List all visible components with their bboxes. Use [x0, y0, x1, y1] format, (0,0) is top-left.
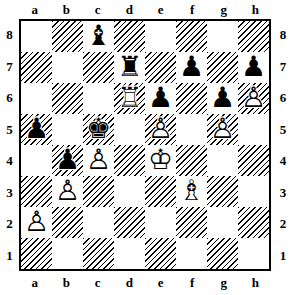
piece-white-king[interactable]: ♚♔ [145, 145, 176, 176]
piece-outline-layer: ♙ [83, 145, 114, 176]
square-a1[interactable] [21, 238, 52, 269]
square-a4[interactable] [21, 145, 52, 176]
file-label-bottom-d: d [114, 271, 146, 295]
piece-outline-layer: ♟ [145, 83, 176, 114]
rank-label-left-5: 5 [0, 114, 19, 146]
square-e4[interactable]: ♚♔ [145, 145, 176, 176]
rank-labels-right: 87654321 [271, 19, 295, 271]
file-label-bottom-h: h [240, 271, 272, 295]
rank-label-right-2: 2 [271, 208, 295, 240]
square-g4[interactable] [207, 145, 238, 176]
square-c8[interactable]: ♝♝ [83, 21, 114, 52]
piece-outline-layer: ♙ [238, 83, 269, 114]
piece-white-rook[interactable]: ♜♖ [114, 83, 145, 114]
square-g5[interactable]: ♟♙ [207, 114, 238, 145]
square-c7[interactable] [83, 52, 114, 83]
piece-black-pawn[interactable]: ♟♟ [207, 83, 238, 114]
square-e1[interactable] [145, 238, 176, 269]
rank-label-right-1: 1 [271, 240, 295, 272]
square-d7[interactable]: ♜♜ [114, 52, 145, 83]
square-e3[interactable] [145, 176, 176, 207]
piece-white-pawn[interactable]: ♟♙ [21, 207, 52, 238]
rank-label-left-3: 3 [0, 177, 19, 209]
piece-white-pawn[interactable]: ♟♙ [52, 176, 83, 207]
square-d4[interactable] [114, 145, 145, 176]
piece-outline-layer: ♜ [114, 52, 145, 83]
square-b3[interactable]: ♟♙ [52, 176, 83, 207]
square-c3[interactable] [83, 176, 114, 207]
piece-outline-layer: ♔ [145, 145, 176, 176]
square-c5[interactable]: ♚♚ [83, 114, 114, 145]
rank-label-right-5: 5 [271, 114, 295, 146]
square-h5[interactable] [238, 114, 269, 145]
rank-label-left-2: 2 [0, 208, 19, 240]
square-h6[interactable]: ♟♙ [238, 83, 269, 114]
piece-outline-layer: ♖ [114, 83, 145, 114]
square-g1[interactable] [207, 238, 238, 269]
file-label-bottom-f: f [177, 271, 209, 295]
square-a7[interactable] [21, 52, 52, 83]
file-label-bottom-g: g [208, 271, 240, 295]
square-d3[interactable] [114, 176, 145, 207]
rank-label-left-1: 1 [0, 240, 19, 272]
square-f8[interactable] [176, 21, 207, 52]
rank-label-right-7: 7 [271, 51, 295, 83]
piece-outline-layer: ♝ [83, 21, 114, 52]
square-g7[interactable] [207, 52, 238, 83]
piece-outline-layer: ♙ [145, 114, 176, 145]
square-b4[interactable]: ♟♟ [52, 145, 83, 176]
piece-outline-layer: ♙ [52, 176, 83, 207]
file-label-bottom-e: e [145, 271, 177, 295]
square-h7[interactable]: ♟♟ [238, 52, 269, 83]
rank-label-right-3: 3 [271, 177, 295, 209]
square-f4[interactable] [176, 145, 207, 176]
file-label-top-h: h [240, 0, 272, 19]
piece-white-pawn[interactable]: ♟♙ [207, 114, 238, 145]
square-g3[interactable] [207, 176, 238, 207]
square-c4[interactable]: ♟♙ [83, 145, 114, 176]
piece-outline-layer: ♚ [83, 114, 114, 145]
square-e5[interactable]: ♟♙ [145, 114, 176, 145]
rank-label-right-4: 4 [271, 145, 295, 177]
chess-diagram: abcdefgh 87654321 ♝♝♜♜♟♟♟♟♜♖♟♟♟♟♟♙♟♟♚♚♟♙… [0, 0, 295, 295]
file-label-top-f: f [177, 0, 209, 19]
square-e8[interactable] [145, 21, 176, 52]
piece-black-bishop[interactable]: ♝♝ [83, 21, 114, 52]
file-label-top-d: d [114, 0, 146, 19]
rank-labels-left: 87654321 [0, 19, 19, 271]
square-c2[interactable] [83, 207, 114, 238]
square-g8[interactable] [207, 21, 238, 52]
square-b6[interactable] [52, 83, 83, 114]
rank-label-right-8: 8 [271, 19, 295, 51]
piece-white-pawn[interactable]: ♟♙ [238, 83, 269, 114]
piece-outline-layer: ♙ [21, 207, 52, 238]
square-f3[interactable]: ♝♗ [176, 176, 207, 207]
square-f7[interactable]: ♟♟ [176, 52, 207, 83]
file-labels-top: abcdefgh [19, 0, 271, 19]
file-label-top-g: g [208, 0, 240, 19]
piece-black-pawn[interactable]: ♟♟ [176, 52, 207, 83]
square-a3[interactable] [21, 176, 52, 207]
square-f5[interactable] [176, 114, 207, 145]
square-e7[interactable] [145, 52, 176, 83]
file-label-bottom-a: a [19, 271, 51, 295]
square-c1[interactable] [83, 238, 114, 269]
square-b8[interactable] [52, 21, 83, 52]
square-a5[interactable]: ♟♟ [21, 114, 52, 145]
file-label-top-b: b [51, 0, 83, 19]
rank-label-left-6: 6 [0, 82, 19, 114]
square-h2[interactable] [238, 207, 269, 238]
square-g6[interactable]: ♟♟ [207, 83, 238, 114]
square-a8[interactable] [21, 21, 52, 52]
square-d1[interactable] [114, 238, 145, 269]
piece-white-pawn[interactable]: ♟♙ [145, 114, 176, 145]
piece-outline-layer: ♟ [207, 83, 238, 114]
piece-black-pawn[interactable]: ♟♟ [145, 83, 176, 114]
piece-black-pawn[interactable]: ♟♟ [238, 52, 269, 83]
square-a6[interactable] [21, 83, 52, 114]
file-labels-bottom: abcdefgh [19, 271, 271, 295]
square-b7[interactable] [52, 52, 83, 83]
square-d6[interactable]: ♜♖ [114, 83, 145, 114]
square-a2[interactable]: ♟♙ [21, 207, 52, 238]
rank-label-right-6: 6 [271, 82, 295, 114]
square-h8[interactable] [238, 21, 269, 52]
piece-outline-layer: ♟ [176, 52, 207, 83]
piece-outline-layer: ♙ [207, 114, 238, 145]
board: ♝♝♜♜♟♟♟♟♜♖♟♟♟♟♟♙♟♟♚♚♟♙♟♙♟♟♟♙♚♔♟♙♝♗♟♙ [19, 19, 271, 271]
square-b2[interactable] [52, 207, 83, 238]
square-e6[interactable]: ♟♟ [145, 83, 176, 114]
square-b1[interactable] [52, 238, 83, 269]
square-b5[interactable] [52, 114, 83, 145]
piece-white-bishop[interactable]: ♝♗ [176, 176, 207, 207]
square-d8[interactable] [114, 21, 145, 52]
square-c6[interactable] [83, 83, 114, 114]
piece-outline-layer: ♗ [176, 176, 207, 207]
piece-black-pawn[interactable]: ♟♟ [52, 145, 83, 176]
rank-label-left-4: 4 [0, 145, 19, 177]
file-label-top-e: e [145, 0, 177, 19]
square-f1[interactable] [176, 238, 207, 269]
piece-black-rook[interactable]: ♜♜ [114, 52, 145, 83]
square-d2[interactable] [114, 207, 145, 238]
file-label-bottom-c: c [82, 271, 114, 295]
rank-label-left-8: 8 [0, 19, 19, 51]
piece-outline-layer: ♟ [52, 145, 83, 176]
square-d5[interactable] [114, 114, 145, 145]
square-e2[interactable] [145, 207, 176, 238]
file-label-bottom-b: b [51, 271, 83, 295]
piece-white-pawn[interactable]: ♟♙ [83, 145, 114, 176]
square-h4[interactable] [238, 145, 269, 176]
file-label-top-c: c [82, 0, 114, 19]
square-h3[interactable] [238, 176, 269, 207]
square-g2[interactable] [207, 207, 238, 238]
square-h1[interactable] [238, 238, 269, 269]
square-f2[interactable] [176, 207, 207, 238]
file-label-top-a: a [19, 0, 51, 19]
piece-outline-layer: ♟ [21, 114, 52, 145]
rank-label-left-7: 7 [0, 51, 19, 83]
piece-black-pawn[interactable]: ♟♟ [21, 114, 52, 145]
square-f6[interactable] [176, 83, 207, 114]
piece-black-king[interactable]: ♚♚ [83, 114, 114, 145]
piece-outline-layer: ♟ [238, 52, 269, 83]
